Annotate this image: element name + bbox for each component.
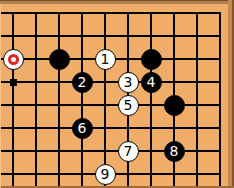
go-stone-O17: 1 [95,49,116,70]
go-stone-K17 [3,49,24,70]
grid-line-vertical [104,12,106,188]
grid-line-horizontal [0,35,221,37]
grid-line-vertical [58,12,60,188]
go-stone-R13: 8 [164,141,185,162]
grid-line-horizontal [0,12,221,14]
go-board: 123456789 [0,0,234,188]
grid-line-horizontal [0,150,221,152]
board-frame-bottom [0,186,234,188]
stone-number-label: 1 [101,52,110,66]
stone-number-label: 8 [170,144,179,158]
board-frame-top [0,0,234,4]
go-stone-P16: 3 [118,72,139,93]
go-stone-Q17 [141,49,162,70]
board-frame-left-highlight [0,4,1,188]
go-stone-N16: 2 [72,72,93,93]
grid-line-vertical [219,12,221,188]
go-stone-P15: 5 [118,95,139,116]
grid-line-vertical [81,12,83,188]
stone-number-label: 2 [78,75,87,89]
circle-mark [8,54,19,65]
board-frame-right [228,0,234,188]
stone-number-label: 3 [124,75,133,89]
go-stone-O12: 9 [95,164,116,185]
grid-line-vertical [196,12,198,188]
stone-number-label: 6 [78,121,87,135]
grid-line-vertical [35,12,37,188]
go-stone-R15 [164,95,185,116]
stone-number-label: 9 [101,167,110,181]
grid-line-vertical [150,12,152,188]
grid-line-horizontal [0,104,221,106]
go-stone-M17 [49,49,70,70]
go-stone-Q16: 4 [141,72,162,93]
stone-number-label: 5 [124,98,133,112]
grid-line-horizontal [0,81,221,83]
stone-number-label: 4 [147,75,156,89]
go-stone-P13: 7 [118,141,139,162]
grid-line-vertical [12,12,14,188]
stone-number-label: 7 [124,144,133,158]
grid-line-horizontal [0,127,221,129]
go-stone-N14: 6 [72,118,93,139]
star-point-square-mark [10,79,17,86]
